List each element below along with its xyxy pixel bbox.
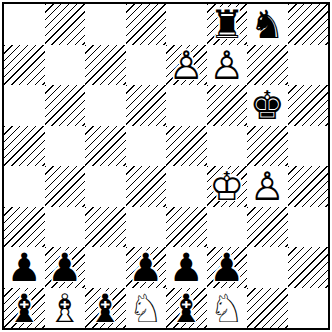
- piece-black-pawn[interactable]: ♟♟: [45, 247, 86, 288]
- piece-white-pawn[interactable]: ♟♙: [207, 45, 248, 86]
- piece-glyph: ♗: [45, 288, 86, 327]
- square-a2[interactable]: ♟♟: [4, 247, 45, 288]
- piece-white-knight[interactable]: ♞♘: [207, 288, 248, 329]
- piece-black-pawn[interactable]: ♟♟: [207, 247, 248, 288]
- piece-white-pawn[interactable]: ♟♙: [166, 45, 207, 86]
- square-c5[interactable]: [85, 126, 126, 167]
- piece-glyph: ♙: [166, 45, 207, 84]
- square-g2[interactable]: [247, 247, 288, 288]
- piece-glyph: ♟: [126, 248, 167, 287]
- square-h3[interactable]: [288, 207, 329, 248]
- square-h8[interactable]: [288, 4, 329, 45]
- square-c4[interactable]: [85, 166, 126, 207]
- piece-glyph: ♙: [207, 45, 248, 84]
- square-h1[interactable]: [288, 288, 329, 329]
- piece-glyph: ♚: [247, 86, 288, 125]
- square-h7[interactable]: [288, 45, 329, 86]
- piece-glyph: ♝: [166, 288, 207, 327]
- square-d1[interactable]: ♞♘: [126, 288, 167, 329]
- square-a1[interactable]: ♝♝: [4, 288, 45, 329]
- square-f6[interactable]: [207, 85, 248, 126]
- piece-glyph: ♟: [207, 248, 248, 287]
- square-b1[interactable]: ♝♗: [45, 288, 86, 329]
- square-d7[interactable]: [126, 45, 167, 86]
- piece-glyph: ♟: [45, 248, 86, 287]
- square-b8[interactable]: [45, 4, 86, 45]
- square-c2[interactable]: [85, 247, 126, 288]
- square-h2[interactable]: [288, 247, 329, 288]
- square-h5[interactable]: [288, 126, 329, 167]
- square-f4[interactable]: ♚♔: [207, 166, 248, 207]
- square-e7[interactable]: ♟♙: [166, 45, 207, 86]
- square-a6[interactable]: [4, 85, 45, 126]
- square-g1[interactable]: [247, 288, 288, 329]
- piece-glyph: ♞: [247, 5, 288, 44]
- square-c7[interactable]: [85, 45, 126, 86]
- square-d5[interactable]: [126, 126, 167, 167]
- square-b7[interactable]: [45, 45, 86, 86]
- piece-black-king[interactable]: ♚♚: [247, 85, 288, 126]
- square-f5[interactable]: [207, 126, 248, 167]
- square-g6[interactable]: ♚♚: [247, 85, 288, 126]
- square-a5[interactable]: [4, 126, 45, 167]
- square-e5[interactable]: [166, 126, 207, 167]
- piece-white-bishop[interactable]: ♝♗: [45, 288, 86, 329]
- piece-glyph: ♝: [4, 288, 45, 327]
- piece-black-pawn[interactable]: ♟♟: [126, 247, 167, 288]
- piece-glyph: ♟: [4, 248, 45, 287]
- square-a7[interactable]: [4, 45, 45, 86]
- square-c3[interactable]: [85, 207, 126, 248]
- square-c6[interactable]: [85, 85, 126, 126]
- piece-black-bishop[interactable]: ♝♝: [4, 288, 45, 329]
- square-c8[interactable]: [85, 4, 126, 45]
- piece-black-knight[interactable]: ♞♞: [247, 4, 288, 45]
- square-b3[interactable]: [45, 207, 86, 248]
- square-d4[interactable]: [126, 166, 167, 207]
- square-f3[interactable]: [207, 207, 248, 248]
- square-a3[interactable]: [4, 207, 45, 248]
- square-d2[interactable]: ♟♟: [126, 247, 167, 288]
- square-f7[interactable]: ♟♙: [207, 45, 248, 86]
- square-g3[interactable]: [247, 207, 288, 248]
- piece-black-rook[interactable]: ♜♜: [207, 4, 248, 45]
- piece-glyph: ♔: [207, 167, 248, 206]
- square-d8[interactable]: [126, 4, 167, 45]
- square-a4[interactable]: [4, 166, 45, 207]
- square-c1[interactable]: ♝♝: [85, 288, 126, 329]
- square-e2[interactable]: ♟♟: [166, 247, 207, 288]
- piece-glyph: ♜: [207, 5, 248, 44]
- square-b5[interactable]: [45, 126, 86, 167]
- square-g7[interactable]: [247, 45, 288, 86]
- piece-white-pawn[interactable]: ♟♙: [247, 166, 288, 207]
- square-f2[interactable]: ♟♟: [207, 247, 248, 288]
- square-e4[interactable]: [166, 166, 207, 207]
- piece-glyph: ♝: [85, 288, 126, 327]
- square-g4[interactable]: ♟♙: [247, 166, 288, 207]
- square-h6[interactable]: [288, 85, 329, 126]
- square-f1[interactable]: ♞♘: [207, 288, 248, 329]
- chess-board: ♜♜♞♞♟♙♟♙♚♚♚♔♟♙♟♟♟♟♟♟♟♟♟♟♝♝♝♗♝♝♞♘♝♝♞♘: [2, 2, 330, 330]
- square-h4[interactable]: [288, 166, 329, 207]
- square-g5[interactable]: [247, 126, 288, 167]
- square-b4[interactable]: [45, 166, 86, 207]
- piece-white-king[interactable]: ♚♔: [207, 166, 248, 207]
- piece-black-bishop[interactable]: ♝♝: [85, 288, 126, 329]
- piece-glyph: ♙: [247, 167, 288, 206]
- square-d6[interactable]: [126, 85, 167, 126]
- square-e3[interactable]: [166, 207, 207, 248]
- square-a8[interactable]: [4, 4, 45, 45]
- chess-diagram: ♜♜♞♞♟♙♟♙♚♚♚♔♟♙♟♟♟♟♟♟♟♟♟♟♝♝♝♗♝♝♞♘♝♝♞♘: [0, 0, 332, 332]
- piece-white-knight[interactable]: ♞♘: [126, 288, 167, 329]
- piece-glyph: ♟: [166, 248, 207, 287]
- piece-black-pawn[interactable]: ♟♟: [4, 247, 45, 288]
- piece-black-bishop[interactable]: ♝♝: [166, 288, 207, 329]
- square-e8[interactable]: [166, 4, 207, 45]
- piece-black-pawn[interactable]: ♟♟: [166, 247, 207, 288]
- piece-glyph: ♘: [207, 288, 248, 327]
- square-b6[interactable]: [45, 85, 86, 126]
- square-g8[interactable]: ♞♞: [247, 4, 288, 45]
- square-d3[interactable]: [126, 207, 167, 248]
- square-e6[interactable]: [166, 85, 207, 126]
- square-f8[interactable]: ♜♜: [207, 4, 248, 45]
- square-b2[interactable]: ♟♟: [45, 247, 86, 288]
- square-e1[interactable]: ♝♝: [166, 288, 207, 329]
- piece-glyph: ♘: [126, 288, 167, 327]
